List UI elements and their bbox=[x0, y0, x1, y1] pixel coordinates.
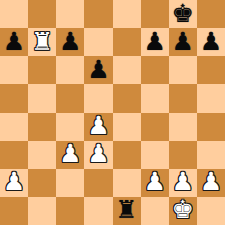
black-pawn-h7[interactable]: ♟ bbox=[200, 29, 222, 54]
square-e8[interactable] bbox=[113, 0, 141, 28]
square-c5[interactable] bbox=[56, 84, 84, 112]
square-d7[interactable] bbox=[84, 28, 112, 56]
black-pawn-a7[interactable]: ♟ bbox=[3, 29, 25, 54]
square-h7[interactable]: ♟ bbox=[197, 28, 225, 56]
white-pawn-h2[interactable]: ♟ bbox=[200, 169, 222, 194]
square-d4[interactable]: ♟ bbox=[84, 113, 112, 141]
square-h1[interactable] bbox=[197, 197, 225, 225]
square-g6[interactable] bbox=[169, 56, 197, 84]
square-c8[interactable] bbox=[56, 0, 84, 28]
square-b5[interactable] bbox=[28, 84, 56, 112]
square-h5[interactable] bbox=[197, 84, 225, 112]
square-d2[interactable] bbox=[84, 169, 112, 197]
square-c3[interactable]: ♟ bbox=[56, 141, 84, 169]
square-f1[interactable] bbox=[141, 197, 169, 225]
black-rook-e1[interactable]: ♜ bbox=[115, 197, 137, 222]
square-e4[interactable] bbox=[113, 113, 141, 141]
square-h4[interactable] bbox=[197, 113, 225, 141]
black-pawn-g7[interactable]: ♟ bbox=[172, 29, 194, 54]
white-pawn-c3[interactable]: ♟ bbox=[59, 141, 81, 166]
square-f5[interactable] bbox=[141, 84, 169, 112]
square-e3[interactable] bbox=[113, 141, 141, 169]
square-a4[interactable] bbox=[0, 113, 28, 141]
square-e5[interactable] bbox=[113, 84, 141, 112]
square-a3[interactable] bbox=[0, 141, 28, 169]
chess-board: ♚♟♜♟♟♟♟♟♟♟♟♟♟♟♟♜♚ bbox=[0, 0, 225, 225]
square-c7[interactable]: ♟ bbox=[56, 28, 84, 56]
square-g3[interactable] bbox=[169, 141, 197, 169]
square-d5[interactable] bbox=[84, 84, 112, 112]
square-f8[interactable] bbox=[141, 0, 169, 28]
square-a6[interactable] bbox=[0, 56, 28, 84]
square-d1[interactable] bbox=[84, 197, 112, 225]
square-f7[interactable]: ♟ bbox=[141, 28, 169, 56]
black-pawn-f7[interactable]: ♟ bbox=[143, 29, 165, 54]
square-g1[interactable]: ♚ bbox=[169, 197, 197, 225]
square-g8[interactable]: ♚ bbox=[169, 0, 197, 28]
square-a1[interactable] bbox=[0, 197, 28, 225]
white-pawn-d4[interactable]: ♟ bbox=[87, 113, 109, 138]
square-d3[interactable]: ♟ bbox=[84, 141, 112, 169]
square-c2[interactable] bbox=[56, 169, 84, 197]
square-e6[interactable] bbox=[113, 56, 141, 84]
square-h8[interactable] bbox=[197, 0, 225, 28]
square-a7[interactable]: ♟ bbox=[0, 28, 28, 56]
square-c4[interactable] bbox=[56, 113, 84, 141]
square-b1[interactable] bbox=[28, 197, 56, 225]
square-d8[interactable] bbox=[84, 0, 112, 28]
black-king-g8[interactable]: ♚ bbox=[172, 1, 194, 26]
square-f3[interactable] bbox=[141, 141, 169, 169]
white-rook-b7[interactable]: ♜ bbox=[31, 29, 53, 54]
square-f6[interactable] bbox=[141, 56, 169, 84]
black-pawn-d6[interactable]: ♟ bbox=[87, 57, 109, 82]
square-a2[interactable]: ♟ bbox=[0, 169, 28, 197]
square-a8[interactable] bbox=[0, 0, 28, 28]
square-b3[interactable] bbox=[28, 141, 56, 169]
square-h6[interactable] bbox=[197, 56, 225, 84]
square-b4[interactable] bbox=[28, 113, 56, 141]
white-king-g1[interactable]: ♚ bbox=[172, 197, 194, 222]
square-e7[interactable] bbox=[113, 28, 141, 56]
black-pawn-c7[interactable]: ♟ bbox=[59, 29, 81, 54]
square-g7[interactable]: ♟ bbox=[169, 28, 197, 56]
white-pawn-g2[interactable]: ♟ bbox=[172, 169, 194, 194]
square-g2[interactable]: ♟ bbox=[169, 169, 197, 197]
square-b7[interactable]: ♜ bbox=[28, 28, 56, 56]
square-h2[interactable]: ♟ bbox=[197, 169, 225, 197]
white-pawn-d3[interactable]: ♟ bbox=[87, 141, 109, 166]
square-f2[interactable]: ♟ bbox=[141, 169, 169, 197]
square-f4[interactable] bbox=[141, 113, 169, 141]
square-d6[interactable]: ♟ bbox=[84, 56, 112, 84]
white-pawn-f2[interactable]: ♟ bbox=[143, 169, 165, 194]
square-g4[interactable] bbox=[169, 113, 197, 141]
square-g5[interactable] bbox=[169, 84, 197, 112]
square-c1[interactable] bbox=[56, 197, 84, 225]
square-e1[interactable]: ♜ bbox=[113, 197, 141, 225]
square-h3[interactable] bbox=[197, 141, 225, 169]
square-c6[interactable] bbox=[56, 56, 84, 84]
square-b6[interactable] bbox=[28, 56, 56, 84]
square-a5[interactable] bbox=[0, 84, 28, 112]
square-b8[interactable] bbox=[28, 0, 56, 28]
square-b2[interactable] bbox=[28, 169, 56, 197]
white-pawn-a2[interactable]: ♟ bbox=[3, 169, 25, 194]
square-e2[interactable] bbox=[113, 169, 141, 197]
